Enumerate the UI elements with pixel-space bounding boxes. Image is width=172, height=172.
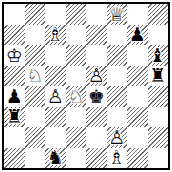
square-c6[interactable] xyxy=(45,45,66,66)
square-b1[interactable] xyxy=(25,148,46,169)
square-b2[interactable] xyxy=(25,127,46,148)
piece-halo-layer: ♟ xyxy=(45,86,66,107)
square-d4[interactable]: ♞♘ xyxy=(66,86,87,107)
piece-black-rook: ♜ xyxy=(4,107,25,128)
square-e8[interactable] xyxy=(86,4,107,25)
square-e3[interactable] xyxy=(86,107,107,128)
square-g2[interactable] xyxy=(127,127,148,148)
square-f2[interactable]: ♟♙ xyxy=(107,127,128,148)
square-b8[interactable] xyxy=(25,4,46,25)
square-b3[interactable] xyxy=(25,107,46,128)
square-b7[interactable] xyxy=(25,25,46,46)
square-a3[interactable]: ♜ xyxy=(4,107,25,128)
piece-halo-layer: ♛ xyxy=(107,4,128,25)
square-e7[interactable] xyxy=(86,25,107,46)
chess-diagram: ♛♕♝♗♟♚♔♝♞♘♟♙♜♟♟♙♞♘♚♜♟♙♞♝♗ xyxy=(0,0,172,172)
square-d2[interactable] xyxy=(66,127,87,148)
square-h6[interactable]: ♝ xyxy=(148,45,169,66)
square-f8[interactable]: ♛♕ xyxy=(107,4,128,25)
square-e2[interactable] xyxy=(86,127,107,148)
square-c2[interactable] xyxy=(45,127,66,148)
square-a7[interactable] xyxy=(4,25,25,46)
square-d1[interactable] xyxy=(66,148,87,169)
square-h3[interactable] xyxy=(148,107,169,128)
square-f5[interactable] xyxy=(107,66,128,87)
piece-halo-layer: ♞ xyxy=(25,66,46,87)
piece-white-knight: ♘ xyxy=(66,86,87,107)
square-b5[interactable]: ♞♘ xyxy=(25,66,46,87)
square-h4[interactable] xyxy=(148,86,169,107)
square-g8[interactable] xyxy=(127,4,148,25)
piece-halo-layer: ♟ xyxy=(107,127,128,148)
piece-white-knight: ♘ xyxy=(25,66,46,87)
piece-black-bishop: ♝ xyxy=(148,45,169,66)
square-c5[interactable] xyxy=(45,66,66,87)
piece-white-queen: ♕ xyxy=(107,4,128,25)
square-a2[interactable] xyxy=(4,127,25,148)
square-c7[interactable]: ♝♗ xyxy=(45,25,66,46)
square-d6[interactable] xyxy=(66,45,87,66)
square-d5[interactable] xyxy=(66,66,87,87)
piece-white-pawn: ♙ xyxy=(45,86,66,107)
square-g4[interactable] xyxy=(127,86,148,107)
piece-halo-layer: ♝ xyxy=(107,148,128,169)
piece-white-king: ♔ xyxy=(4,45,25,66)
square-a1[interactable] xyxy=(4,148,25,169)
piece-black-pawn: ♟ xyxy=(127,25,148,46)
piece-halo-layer: ♞ xyxy=(66,86,87,107)
square-b6[interactable] xyxy=(25,45,46,66)
square-a4[interactable]: ♟ xyxy=(4,86,25,107)
square-a8[interactable] xyxy=(4,4,25,25)
square-c8[interactable] xyxy=(45,4,66,25)
square-g7[interactable]: ♟ xyxy=(127,25,148,46)
square-g1[interactable] xyxy=(127,148,148,169)
piece-black-rook: ♜ xyxy=(148,66,169,87)
square-b4[interactable] xyxy=(25,86,46,107)
square-e4[interactable]: ♚ xyxy=(86,86,107,107)
piece-black-king: ♚ xyxy=(86,86,107,107)
square-c4[interactable]: ♟♙ xyxy=(45,86,66,107)
square-d3[interactable] xyxy=(66,107,87,128)
piece-white-pawn: ♙ xyxy=(107,127,128,148)
square-a6[interactable]: ♚♔ xyxy=(4,45,25,66)
square-d7[interactable] xyxy=(66,25,87,46)
square-e1[interactable] xyxy=(86,148,107,169)
square-f7[interactable] xyxy=(107,25,128,46)
piece-white-bishop: ♗ xyxy=(107,148,128,169)
square-c3[interactable] xyxy=(45,107,66,128)
square-e6[interactable] xyxy=(86,45,107,66)
square-d8[interactable] xyxy=(66,4,87,25)
square-h2[interactable] xyxy=(148,127,169,148)
square-a5[interactable] xyxy=(4,66,25,87)
piece-black-pawn: ♟ xyxy=(4,86,25,107)
piece-black-knight: ♞ xyxy=(45,148,66,169)
piece-white-pawn: ♙ xyxy=(86,66,107,87)
square-c1[interactable]: ♞ xyxy=(45,148,66,169)
board-grid: ♛♕♝♗♟♚♔♝♞♘♟♙♜♟♟♙♞♘♚♜♟♙♞♝♗ xyxy=(2,2,170,170)
square-f4[interactable] xyxy=(107,86,128,107)
square-g6[interactable] xyxy=(127,45,148,66)
square-h8[interactable] xyxy=(148,4,169,25)
square-h7[interactable] xyxy=(148,25,169,46)
square-f3[interactable] xyxy=(107,107,128,128)
square-g3[interactable] xyxy=(127,107,148,128)
square-f1[interactable]: ♝♗ xyxy=(107,148,128,169)
piece-halo-layer: ♚ xyxy=(4,45,25,66)
square-h5[interactable]: ♜ xyxy=(148,66,169,87)
square-f6[interactable] xyxy=(107,45,128,66)
piece-halo-layer: ♟ xyxy=(86,66,107,87)
square-h1[interactable] xyxy=(148,148,169,169)
square-e5[interactable]: ♟♙ xyxy=(86,66,107,87)
piece-halo-layer: ♝ xyxy=(45,25,66,46)
piece-white-bishop: ♗ xyxy=(45,25,66,46)
square-g5[interactable] xyxy=(127,66,148,87)
